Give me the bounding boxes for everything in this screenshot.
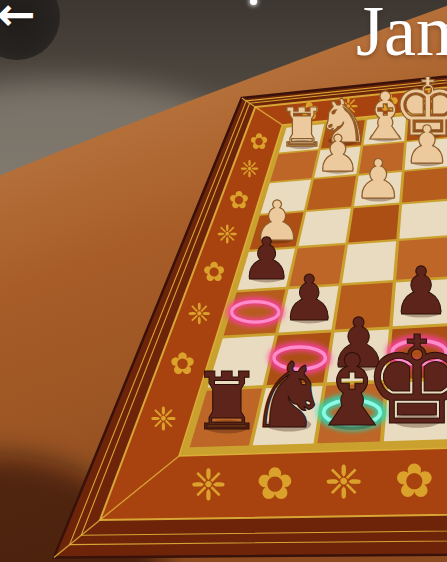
- border-ornament-icon: ✿: [203, 256, 226, 287]
- piece-black-king-e8[interactable]: ♚: [362, 310, 447, 452]
- border-ornament-icon: ❈: [187, 297, 211, 331]
- piece-white-pawn-f3[interactable]: ♟: [354, 148, 403, 211]
- square-e4[interactable]: [399, 201, 447, 239]
- border-ornament-icon: ❈: [240, 155, 260, 182]
- square-g4[interactable]: [299, 209, 351, 247]
- piece-glyph-pawn: ♟: [403, 114, 447, 175]
- border-ornament-icon: ❈: [150, 400, 177, 438]
- piece-glyph-pawn: ♟: [354, 148, 403, 211]
- back-arrow-icon: ←: [0, 0, 36, 37]
- piece-glyph-king: ♚: [362, 310, 447, 452]
- piece-white-pawn-e2[interactable]: ♟: [403, 114, 447, 175]
- player-name-label: Jam: [356, 0, 447, 73]
- border-ornament-icon: ❈: [216, 219, 238, 249]
- square-f5[interactable]: [342, 241, 396, 283]
- chess-board-scene[interactable]: ✿✿❈❈❈✿✿✿❈❈❈✿✿✿❈❈❈✿✿✿❈❈❈✿♜♞♝♚♟♟♟♟♟♟♟♟♜♞♝♚: [0, 0, 447, 562]
- border-ornament-icon: ✿: [256, 458, 293, 510]
- border-ornament-icon: ❈: [190, 460, 226, 510]
- border-ornament-icon: ❈: [324, 455, 362, 509]
- border-ornament-icon: ✿: [394, 453, 434, 508]
- border-ornament-icon: ✿: [250, 128, 269, 154]
- border-ornament-icon: ✿: [229, 185, 249, 214]
